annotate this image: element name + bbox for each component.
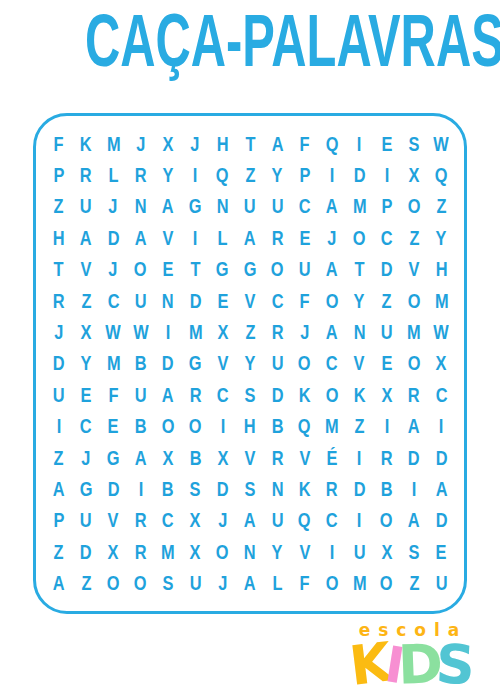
grid-cell[interactable]: D bbox=[346, 159, 373, 190]
grid-cell[interactable]: P bbox=[373, 191, 400, 222]
grid-cell[interactable]: S bbox=[400, 128, 427, 159]
grid-cell[interactable]: G bbox=[182, 191, 209, 222]
grid-cell[interactable]: T bbox=[182, 254, 209, 285]
grid-cell[interactable]: E bbox=[72, 379, 99, 410]
grid-cell[interactable]: Q bbox=[291, 505, 318, 536]
grid-cell[interactable]: C bbox=[100, 285, 127, 316]
grid-letter: Z bbox=[81, 289, 91, 313]
escola-kids-logo: escola KIDS bbox=[334, 620, 484, 694]
grid-cell[interactable]: I bbox=[182, 159, 209, 190]
grid-cell[interactable]: N bbox=[209, 191, 236, 222]
grid-letter: B bbox=[162, 477, 174, 501]
grid-cell[interactable]: U bbox=[127, 379, 154, 410]
grid-cell[interactable]: X bbox=[400, 159, 427, 190]
grid-cell[interactable]: X bbox=[428, 348, 455, 379]
grid-cell[interactable]: B bbox=[154, 473, 181, 504]
grid-cell[interactable]: I bbox=[346, 128, 373, 159]
grid-cell[interactable]: Z bbox=[400, 568, 427, 599]
grid-letter: Z bbox=[54, 194, 64, 218]
grid-cell[interactable]: U bbox=[428, 568, 455, 599]
grid-cell[interactable]: G bbox=[100, 442, 127, 473]
grid-cell[interactable]: V bbox=[154, 222, 181, 253]
grid-cell[interactable]: O bbox=[318, 379, 345, 410]
grid-cell[interactable]: I bbox=[209, 411, 236, 442]
grid-cell[interactable]: I bbox=[318, 159, 345, 190]
grid-cell[interactable]: U bbox=[373, 316, 400, 347]
grid-cell[interactable]: A bbox=[318, 316, 345, 347]
grid-letter: X bbox=[436, 351, 447, 375]
grid-cell[interactable]: D bbox=[428, 505, 455, 536]
grid-cell[interactable]: V bbox=[291, 536, 318, 567]
grid-cell[interactable]: A bbox=[264, 128, 291, 159]
grid-cell[interactable]: B bbox=[182, 442, 209, 473]
grid-cell[interactable]: X bbox=[209, 316, 236, 347]
grid-cell[interactable]: A bbox=[236, 222, 263, 253]
grid-letter: E bbox=[163, 257, 174, 281]
grid-cell[interactable]: W bbox=[428, 316, 455, 347]
grid-letter: W bbox=[106, 320, 121, 344]
grid-cell[interactable]: O bbox=[400, 285, 427, 316]
grid-cell[interactable]: B bbox=[127, 348, 154, 379]
grid-cell[interactable]: B bbox=[127, 411, 154, 442]
grid-cell[interactable]: V bbox=[291, 442, 318, 473]
grid-letter: U bbox=[271, 508, 283, 532]
grid-letter: M bbox=[407, 320, 421, 344]
grid-cell[interactable]: U bbox=[264, 505, 291, 536]
grid-cell[interactable]: O bbox=[209, 536, 236, 567]
grid-cell[interactable]: X bbox=[154, 128, 181, 159]
grid-letter: E bbox=[217, 289, 228, 313]
grid-cell[interactable]: A bbox=[127, 442, 154, 473]
grid-cell[interactable]: D bbox=[400, 442, 427, 473]
grid-cell[interactable]: A bbox=[236, 568, 263, 599]
grid-cell[interactable]: U bbox=[346, 536, 373, 567]
grid-letter: R bbox=[408, 383, 420, 407]
grid-cell[interactable]: O bbox=[400, 191, 427, 222]
grid-letter: H bbox=[244, 414, 256, 438]
grid-cell[interactable]: I bbox=[346, 505, 373, 536]
grid-cell[interactable]: X bbox=[373, 536, 400, 567]
grid-cell[interactable]: A bbox=[72, 222, 99, 253]
grid-cell[interactable]: O bbox=[291, 348, 318, 379]
grid-letter: D bbox=[435, 508, 447, 532]
grid-letter: G bbox=[189, 194, 202, 218]
grid-letter: I bbox=[412, 477, 417, 501]
grid-cell[interactable]: K bbox=[291, 473, 318, 504]
grid-letter: I bbox=[166, 320, 171, 344]
grid-cell[interactable]: C bbox=[154, 505, 181, 536]
grid-cell[interactable]: D bbox=[264, 379, 291, 410]
grid-cell[interactable]: R bbox=[72, 159, 99, 190]
grid-letter: N bbox=[162, 289, 174, 313]
grid-cell[interactable]: M bbox=[428, 285, 455, 316]
grid-cell[interactable]: J bbox=[100, 254, 127, 285]
grid-letter: U bbox=[244, 194, 256, 218]
grid-cell[interactable]: D bbox=[182, 285, 209, 316]
grid-cell[interactable]: I bbox=[346, 442, 373, 473]
grid-cell[interactable]: K bbox=[346, 379, 373, 410]
grid-cell[interactable]: D bbox=[100, 222, 127, 253]
grid-cell[interactable]: O bbox=[264, 254, 291, 285]
grid-cell[interactable]: S bbox=[182, 473, 209, 504]
grid-cell[interactable]: D bbox=[45, 348, 72, 379]
grid-letter: O bbox=[326, 383, 339, 407]
grid-letter: H bbox=[217, 132, 229, 156]
grid-cell[interactable]: I bbox=[182, 222, 209, 253]
grid-cell[interactable]: H bbox=[428, 254, 455, 285]
grid-letter: P bbox=[381, 194, 392, 218]
grid-cell[interactable]: I bbox=[373, 159, 400, 190]
grid-cell[interactable]: Z bbox=[72, 285, 99, 316]
grid-cell[interactable]: X bbox=[182, 505, 209, 536]
grid-cell[interactable]: V bbox=[209, 348, 236, 379]
grid-cell[interactable]: Z bbox=[45, 536, 72, 567]
grid-letter: I bbox=[357, 132, 362, 156]
grid-cell[interactable]: S bbox=[154, 568, 181, 599]
grid-cell[interactable]: F bbox=[291, 128, 318, 159]
grid-cell[interactable]: U bbox=[72, 505, 99, 536]
grid-cell[interactable]: X bbox=[373, 379, 400, 410]
grid-cell[interactable]: R bbox=[264, 442, 291, 473]
grid-cell[interactable]: S bbox=[400, 536, 427, 567]
grid-cell[interactable]: J bbox=[182, 128, 209, 159]
grid-cell[interactable]: Y bbox=[72, 348, 99, 379]
grid-cell[interactable]: V bbox=[236, 442, 263, 473]
grid-cell[interactable]: O bbox=[373, 505, 400, 536]
grid-cell[interactable]: O bbox=[318, 285, 345, 316]
grid-letter: A bbox=[244, 508, 256, 532]
grid-cell[interactable]: G bbox=[209, 254, 236, 285]
grid-letter: I bbox=[56, 414, 61, 438]
grid-cell[interactable]: R bbox=[318, 473, 345, 504]
grid-cell[interactable]: L bbox=[100, 159, 127, 190]
grid-letter: M bbox=[353, 194, 367, 218]
grid-cell[interactable]: T bbox=[45, 254, 72, 285]
grid-letter: U bbox=[353, 540, 365, 564]
grid-letter: V bbox=[299, 446, 310, 470]
grid-letter: L bbox=[272, 571, 282, 595]
grid-cell[interactable]: H bbox=[45, 222, 72, 253]
grid-cell[interactable]: Z bbox=[236, 159, 263, 190]
grid-cell[interactable]: C bbox=[209, 379, 236, 410]
grid-cell[interactable]: O bbox=[127, 254, 154, 285]
grid-cell[interactable]: L bbox=[209, 222, 236, 253]
grid-letter: J bbox=[54, 320, 63, 344]
grid-cell[interactable]: E bbox=[373, 348, 400, 379]
grid-cell[interactable]: U bbox=[127, 285, 154, 316]
grid-letter: E bbox=[81, 383, 92, 407]
grid-letter: I bbox=[193, 226, 198, 250]
grid-cell[interactable]: R bbox=[127, 505, 154, 536]
grid-cell[interactable]: G bbox=[182, 348, 209, 379]
grid-cell[interactable]: D bbox=[346, 473, 373, 504]
grid-cell[interactable]: A bbox=[127, 222, 154, 253]
grid-cell[interactable]: I bbox=[373, 411, 400, 442]
grid-cell[interactable]: R bbox=[373, 442, 400, 473]
grid-cell[interactable]: R bbox=[182, 379, 209, 410]
grid-letter: Y bbox=[272, 163, 283, 187]
grid-cell[interactable]: U bbox=[291, 254, 318, 285]
grid-cell[interactable]: E bbox=[373, 128, 400, 159]
grid-cell[interactable]: Y bbox=[236, 348, 263, 379]
grid-cell[interactable]: N bbox=[346, 316, 373, 347]
grid-letter: T bbox=[354, 257, 364, 281]
grid-letter: E bbox=[108, 414, 119, 438]
grid-cell[interactable]: J bbox=[72, 442, 99, 473]
grid-cell[interactable]: W bbox=[428, 128, 455, 159]
grid-cell[interactable]: M bbox=[346, 568, 373, 599]
grid-letter: C bbox=[435, 383, 447, 407]
grid-cell[interactable]: M bbox=[318, 411, 345, 442]
grid-letter: I bbox=[357, 446, 362, 470]
grid-cell[interactable]: C bbox=[291, 191, 318, 222]
grid-cell[interactable]: Q bbox=[318, 128, 345, 159]
grid-cell[interactable]: Z bbox=[45, 442, 72, 473]
grid-cell[interactable]: O bbox=[127, 568, 154, 599]
grid-letter: X bbox=[381, 540, 392, 564]
grid-cell[interactable]: I bbox=[45, 411, 72, 442]
grid-cell[interactable]: V bbox=[346, 348, 373, 379]
grid-letter: Y bbox=[245, 351, 256, 375]
grid-cell[interactable]: U bbox=[45, 379, 72, 410]
grid-letter: G bbox=[189, 351, 202, 375]
grid-cell[interactable]: A bbox=[318, 254, 345, 285]
grid-cell[interactable]: D bbox=[154, 348, 181, 379]
grid-cell[interactable]: V bbox=[100, 505, 127, 536]
grid-cell[interactable]: Z bbox=[72, 568, 99, 599]
grid-cell[interactable]: D bbox=[209, 473, 236, 504]
grid-letter: X bbox=[163, 446, 174, 470]
grid-letter: N bbox=[353, 320, 365, 344]
grid-cell[interactable]: C bbox=[264, 285, 291, 316]
grid-cell[interactable]: N bbox=[127, 191, 154, 222]
grid-letter: W bbox=[434, 132, 449, 156]
grid-cell[interactable]: E bbox=[154, 254, 181, 285]
grid-cell[interactable]: U bbox=[264, 348, 291, 379]
grid-cell[interactable]: Z bbox=[236, 316, 263, 347]
grid-cell[interactable]: A bbox=[154, 191, 181, 222]
grid-cell[interactable]: X bbox=[209, 442, 236, 473]
grid-cell[interactable]: J bbox=[209, 505, 236, 536]
grid-cell[interactable]: A bbox=[428, 473, 455, 504]
grid-cell[interactable]: G bbox=[236, 254, 263, 285]
grid-cell[interactable]: O bbox=[182, 411, 209, 442]
grid-letter: W bbox=[434, 320, 449, 344]
grid-letter: Z bbox=[54, 446, 64, 470]
grid-cell[interactable]: O bbox=[373, 568, 400, 599]
grid-cell[interactable]: R bbox=[264, 316, 291, 347]
grid-letter: A bbox=[408, 508, 420, 532]
grid-cell[interactable]: D bbox=[100, 473, 127, 504]
grid-cell[interactable]: A bbox=[154, 379, 181, 410]
grid-cell[interactable]: S bbox=[236, 473, 263, 504]
grid-cell[interactable]: I bbox=[127, 473, 154, 504]
grid-letter: Y bbox=[81, 351, 92, 375]
grid-cell[interactable]: A bbox=[45, 568, 72, 599]
grid-cell[interactable]: D bbox=[373, 254, 400, 285]
grid-letter: X bbox=[409, 163, 420, 187]
grid-cell[interactable]: W bbox=[127, 316, 154, 347]
grid-cell[interactable]: V bbox=[72, 254, 99, 285]
grid-cell[interactable]: R bbox=[127, 159, 154, 190]
grid-cell[interactable]: A bbox=[400, 505, 427, 536]
grid-cell[interactable]: R bbox=[264, 222, 291, 253]
page-title: CAÇA-PALAVRAS bbox=[85, 0, 415, 82]
grid-cell[interactable]: J bbox=[45, 316, 72, 347]
grid-cell[interactable]: M bbox=[346, 191, 373, 222]
grid-letter: I bbox=[357, 508, 362, 532]
grid-cell[interactable]: O bbox=[318, 568, 345, 599]
grid-letter: Z bbox=[409, 571, 419, 595]
grid-cell[interactable]: C bbox=[428, 379, 455, 410]
grid-cell[interactable]: C bbox=[373, 222, 400, 253]
grid-cell[interactable]: I bbox=[428, 411, 455, 442]
grid-cell[interactable]: A bbox=[236, 505, 263, 536]
grid-letter: G bbox=[80, 477, 93, 501]
grid-cell[interactable]: U bbox=[72, 191, 99, 222]
grid-cell[interactable]: M bbox=[154, 536, 181, 567]
grid-cell[interactable]: X bbox=[100, 536, 127, 567]
grid-cell[interactable]: Y bbox=[264, 159, 291, 190]
grid-letter: U bbox=[271, 351, 283, 375]
grid-cell[interactable]: T bbox=[236, 128, 263, 159]
grid-cell[interactable]: V bbox=[236, 285, 263, 316]
grid-cell[interactable]: J bbox=[318, 222, 345, 253]
grid-letter: J bbox=[218, 508, 227, 532]
grid-cell[interactable]: M bbox=[182, 316, 209, 347]
grid-cell[interactable]: G bbox=[72, 473, 99, 504]
grid-cell[interactable]: Z bbox=[45, 191, 72, 222]
grid-letter: I bbox=[138, 477, 143, 501]
grid-cell[interactable]: X bbox=[72, 316, 99, 347]
grid-cell[interactable]: Y bbox=[154, 159, 181, 190]
grid-letter: D bbox=[381, 257, 393, 281]
grid-letter: X bbox=[190, 508, 201, 532]
grid-cell[interactable]: I bbox=[318, 536, 345, 567]
grid-letter: M bbox=[161, 540, 175, 564]
grid-letter: S bbox=[163, 571, 174, 595]
grid-cell[interactable]: T bbox=[346, 254, 373, 285]
grid-cell[interactable]: E bbox=[291, 222, 318, 253]
grid-letter: O bbox=[298, 351, 311, 375]
grid-cell[interactable]: C bbox=[72, 411, 99, 442]
grid-cell[interactable]: K bbox=[72, 128, 99, 159]
grid-letter: Q bbox=[326, 132, 339, 156]
grid-cell[interactable]: H bbox=[209, 128, 236, 159]
grid-cell[interactable]: D bbox=[428, 442, 455, 473]
grid-cell[interactable]: L bbox=[264, 568, 291, 599]
grid-cell[interactable]: E bbox=[209, 285, 236, 316]
grid-cell[interactable]: C bbox=[318, 505, 345, 536]
grid-letter: D bbox=[80, 540, 92, 564]
grid-cell[interactable]: B bbox=[373, 473, 400, 504]
grid-cell[interactable]: F bbox=[100, 379, 127, 410]
grid-letter: U bbox=[80, 194, 92, 218]
grid-cell[interactable]: Q bbox=[428, 159, 455, 190]
grid-letter: A bbox=[135, 226, 147, 250]
grid-cell[interactable]: F bbox=[45, 128, 72, 159]
grid-cell[interactable]: P bbox=[45, 159, 72, 190]
grid-cell[interactable]: S bbox=[236, 379, 263, 410]
grid-cell[interactable]: A bbox=[45, 473, 72, 504]
grid-cell[interactable]: Y bbox=[428, 222, 455, 253]
grid-cell[interactable]: R bbox=[45, 285, 72, 316]
grid-cell[interactable]: D bbox=[72, 536, 99, 567]
grid-cell[interactable]: J bbox=[209, 568, 236, 599]
grid-cell[interactable]: X bbox=[154, 442, 181, 473]
grid-cell[interactable]: Z bbox=[373, 285, 400, 316]
grid-cell[interactable]: F bbox=[291, 285, 318, 316]
grid-cell[interactable]: O bbox=[100, 568, 127, 599]
grid-cell[interactable]: A bbox=[400, 411, 427, 442]
grid-letter: S bbox=[409, 540, 420, 564]
grid-letter: E bbox=[381, 132, 392, 156]
grid-cell[interactable]: J bbox=[100, 191, 127, 222]
grid-cell[interactable]: P bbox=[45, 505, 72, 536]
grid-cell[interactable]: I bbox=[400, 473, 427, 504]
grid-cell[interactable]: E bbox=[428, 536, 455, 567]
grid-cell[interactable]: E bbox=[100, 411, 127, 442]
grid-cell[interactable]: U bbox=[182, 568, 209, 599]
grid-letter: C bbox=[162, 508, 174, 532]
grid-cell[interactable]: K bbox=[291, 379, 318, 410]
grid-cell[interactable]: Z bbox=[428, 191, 455, 222]
grid-letter: A bbox=[435, 477, 447, 501]
grid-cell[interactable]: R bbox=[400, 379, 427, 410]
grid-cell[interactable]: U bbox=[264, 191, 291, 222]
grid-cell[interactable]: O bbox=[400, 348, 427, 379]
grid-cell[interactable]: B bbox=[264, 411, 291, 442]
grid-letter: U bbox=[53, 383, 65, 407]
grid-cell[interactable]: Z bbox=[400, 222, 427, 253]
grid-letter: Y bbox=[436, 226, 447, 250]
grid-cell[interactable]: H bbox=[236, 411, 263, 442]
grid-letter: Y bbox=[354, 289, 365, 313]
grid-cell[interactable]: F bbox=[291, 568, 318, 599]
grid-letter: E bbox=[299, 226, 310, 250]
grid-cell[interactable]: V bbox=[400, 254, 427, 285]
grid-cell[interactable]: N bbox=[236, 536, 263, 567]
grid-cell[interactable]: W bbox=[100, 316, 127, 347]
grid-letter: V bbox=[354, 351, 365, 375]
grid-cell[interactable]: Y bbox=[264, 536, 291, 567]
grid-cell[interactable]: U bbox=[236, 191, 263, 222]
grid-cell[interactable]: M bbox=[400, 316, 427, 347]
grid-cell[interactable]: Q bbox=[209, 159, 236, 190]
grid-cell[interactable]: Q bbox=[291, 411, 318, 442]
grid-cell[interactable]: O bbox=[154, 411, 181, 442]
grid-cell[interactable]: M bbox=[100, 348, 127, 379]
grid-cell[interactable]: R bbox=[127, 536, 154, 567]
grid-cell[interactable]: O bbox=[346, 222, 373, 253]
grid-cell[interactable]: P bbox=[291, 159, 318, 190]
grid-cell[interactable]: N bbox=[154, 285, 181, 316]
grid-cell[interactable]: Y bbox=[346, 285, 373, 316]
grid-cell[interactable]: A bbox=[318, 191, 345, 222]
grid-cell[interactable]: Z bbox=[346, 411, 373, 442]
grid-cell[interactable]: C bbox=[318, 348, 345, 379]
grid-letter: M bbox=[107, 351, 121, 375]
grid-cell[interactable]: M bbox=[100, 128, 127, 159]
grid-cell[interactable]: J bbox=[127, 128, 154, 159]
grid-cell[interactable]: J bbox=[291, 316, 318, 347]
grid-cell[interactable]: X bbox=[182, 536, 209, 567]
grid-letter: U bbox=[381, 320, 393, 344]
grid-cell[interactable]: I bbox=[154, 316, 181, 347]
grid-letter: R bbox=[271, 446, 283, 470]
grid-cell[interactable]: N bbox=[264, 473, 291, 504]
grid-cell[interactable]: É bbox=[318, 442, 345, 473]
